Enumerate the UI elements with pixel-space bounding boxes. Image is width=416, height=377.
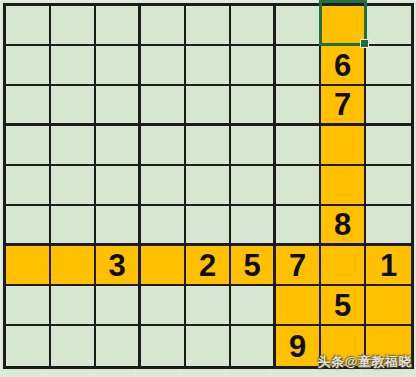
cell-r5c5[interactable] bbox=[186, 166, 231, 206]
cell-r5c3[interactable] bbox=[96, 166, 141, 206]
cell-r2c2[interactable] bbox=[51, 46, 96, 86]
cell-r6c9[interactable] bbox=[366, 206, 411, 246]
cell-r1c6[interactable] bbox=[231, 6, 276, 46]
cell-r7c3[interactable]: 3 bbox=[96, 246, 141, 286]
cell-r8c7[interactable] bbox=[276, 286, 321, 326]
cell-r2c6[interactable] bbox=[231, 46, 276, 86]
cell-r4c9[interactable] bbox=[366, 126, 411, 166]
cell-r1c1[interactable] bbox=[6, 6, 51, 46]
cell-r2c5[interactable] bbox=[186, 46, 231, 86]
cell-r4c6[interactable] bbox=[231, 126, 276, 166]
cell-r4c5[interactable] bbox=[186, 126, 231, 166]
cell-r6c2[interactable] bbox=[51, 206, 96, 246]
cell-r8c9[interactable] bbox=[366, 286, 411, 326]
cell-r5c4[interactable] bbox=[141, 166, 186, 206]
cell-r4c8[interactable] bbox=[321, 126, 366, 166]
cell-r8c2[interactable] bbox=[51, 286, 96, 326]
cell-r1c5[interactable] bbox=[186, 6, 231, 46]
cell-r3c3[interactable] bbox=[96, 86, 141, 126]
cell-r9c8[interactable] bbox=[321, 326, 366, 366]
cell-r6c4[interactable] bbox=[141, 206, 186, 246]
cell-r6c6[interactable] bbox=[231, 206, 276, 246]
cell-r5c9[interactable] bbox=[366, 166, 411, 206]
cell-r3c2[interactable] bbox=[51, 86, 96, 126]
cell-r8c1[interactable] bbox=[6, 286, 51, 326]
cell-r4c2[interactable] bbox=[51, 126, 96, 166]
cell-r5c6[interactable] bbox=[231, 166, 276, 206]
cell-r6c3[interactable] bbox=[96, 206, 141, 246]
cell-r7c4[interactable] bbox=[141, 246, 186, 286]
cell-r6c7[interactable] bbox=[276, 206, 321, 246]
cell-r8c4[interactable] bbox=[141, 286, 186, 326]
cell-r7c7[interactable]: 7 bbox=[276, 246, 321, 286]
cell-r7c9[interactable]: 1 bbox=[366, 246, 411, 286]
selection-border bbox=[319, 0, 367, 46]
cell-r9c5[interactable] bbox=[186, 326, 231, 366]
cell-r5c7[interactable] bbox=[276, 166, 321, 206]
cell-r6c1[interactable] bbox=[6, 206, 51, 246]
cell-r7c6[interactable]: 5 bbox=[231, 246, 276, 286]
cell-r2c7[interactable] bbox=[276, 46, 321, 86]
cell-r6c8[interactable]: 8 bbox=[321, 206, 366, 246]
cell-r8c8[interactable]: 5 bbox=[321, 286, 366, 326]
cell-r5c8[interactable] bbox=[321, 166, 366, 206]
cell-r2c1[interactable] bbox=[6, 46, 51, 86]
cell-r1c2[interactable] bbox=[51, 6, 96, 46]
cell-r3c6[interactable] bbox=[231, 86, 276, 126]
cell-r3c8[interactable]: 7 bbox=[321, 86, 366, 126]
cell-r4c1[interactable] bbox=[6, 126, 51, 166]
cell-r7c8[interactable] bbox=[321, 246, 366, 286]
cell-r7c5[interactable]: 2 bbox=[186, 246, 231, 286]
cell-r8c3[interactable] bbox=[96, 286, 141, 326]
cell-r5c1[interactable] bbox=[6, 166, 51, 206]
cell-r3c4[interactable] bbox=[141, 86, 186, 126]
cell-r8c5[interactable] bbox=[186, 286, 231, 326]
cell-r9c9[interactable] bbox=[366, 326, 411, 366]
cell-r3c7[interactable] bbox=[276, 86, 321, 126]
spreadsheet-canvas: 6783257159 头条@童教福晓 bbox=[0, 0, 416, 377]
cell-r9c4[interactable] bbox=[141, 326, 186, 366]
cell-r2c8[interactable]: 6 bbox=[321, 46, 366, 86]
cell-r4c4[interactable] bbox=[141, 126, 186, 166]
cell-r1c3[interactable] bbox=[96, 6, 141, 46]
cell-r5c2[interactable] bbox=[51, 166, 96, 206]
cell-r3c5[interactable] bbox=[186, 86, 231, 126]
cell-r2c4[interactable] bbox=[141, 46, 186, 86]
sudoku-board: 6783257159 bbox=[3, 3, 414, 369]
cell-r3c1[interactable] bbox=[6, 86, 51, 126]
cell-r9c7[interactable]: 9 bbox=[276, 326, 321, 366]
cell-r2c3[interactable] bbox=[96, 46, 141, 86]
cell-r6c5[interactable] bbox=[186, 206, 231, 246]
cell-r3c9[interactable] bbox=[366, 86, 411, 126]
cell-r4c3[interactable] bbox=[96, 126, 141, 166]
cell-r9c1[interactable] bbox=[6, 326, 51, 366]
cell-r1c4[interactable] bbox=[141, 6, 186, 46]
cell-r7c2[interactable] bbox=[51, 246, 96, 286]
cell-r2c9[interactable] bbox=[366, 46, 411, 86]
cell-r9c3[interactable] bbox=[96, 326, 141, 366]
cell-r4c7[interactable] bbox=[276, 126, 321, 166]
cell-r8c6[interactable] bbox=[231, 286, 276, 326]
cell-r1c9[interactable] bbox=[366, 6, 411, 46]
cell-r9c6[interactable] bbox=[231, 326, 276, 366]
cell-r7c1[interactable] bbox=[6, 246, 51, 286]
cell-r1c8[interactable] bbox=[321, 6, 366, 46]
cell-r1c7[interactable] bbox=[276, 6, 321, 46]
cell-r9c2[interactable] bbox=[51, 326, 96, 366]
